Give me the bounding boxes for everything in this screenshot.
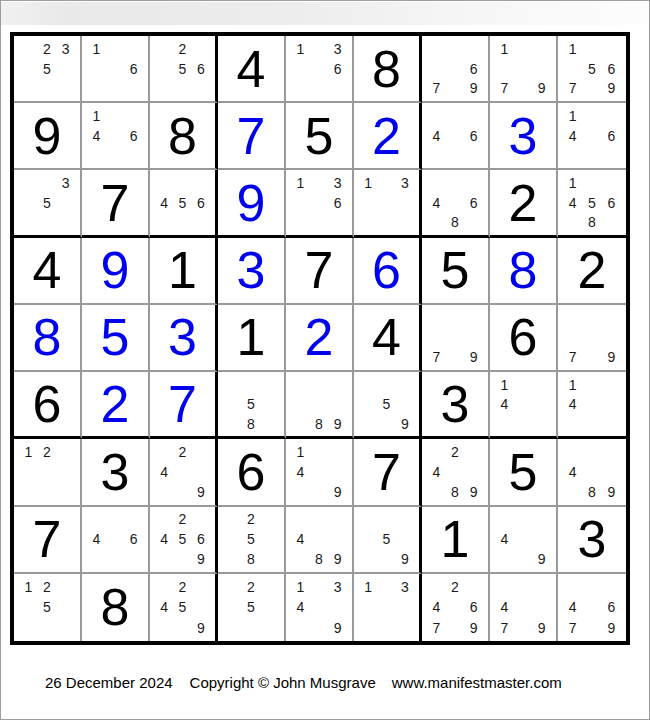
pencil-mark-1: 1 [563, 106, 582, 126]
cell-r9c3: 2459 [150, 574, 218, 641]
cell-r6c7: 3 [422, 372, 490, 439]
cell-r1c6: 8 [354, 36, 422, 103]
pencil-marks: 136 [286, 36, 352, 101]
cell-r6c4: 58 [218, 372, 286, 439]
pencil-mark-4: 4 [495, 529, 514, 549]
cell-r5c8: 6 [490, 305, 558, 372]
pencil-mark-4: 4 [155, 529, 173, 549]
cell-r6c1: 6 [14, 372, 82, 439]
pencil-mark-1: 1 [563, 375, 582, 394]
pencil-mark-1: 1 [291, 442, 310, 462]
pencil-mark-2: 2 [173, 39, 191, 59]
pencil-mark-7: 7 [563, 347, 582, 367]
pencil-marks: 4679 [558, 574, 626, 641]
pencil-marks: 249 [150, 439, 215, 504]
given-digit: 7 [372, 446, 401, 498]
pencil-marks: 456 [150, 170, 215, 234]
pencil-mark-5: 5 [242, 529, 261, 549]
solved-digit: 7 [237, 110, 266, 162]
pencil-mark-8: 8 [242, 549, 261, 569]
cell-r2c3: 8 [150, 103, 218, 170]
pencil-mark-6: 6 [602, 126, 621, 146]
given-digit: 1 [237, 311, 266, 363]
solved-digit: 2 [101, 378, 130, 430]
pencil-mark-6: 6 [464, 59, 483, 79]
pencil-mark-2: 2 [242, 577, 261, 597]
pencil-marks: 2459 [150, 574, 215, 641]
pencil-mark-4: 4 [291, 462, 310, 482]
given-digit: 4 [372, 311, 401, 363]
given-digit: 6 [33, 378, 62, 430]
cell-r5c4: 1 [218, 305, 286, 372]
pencil-mark-4: 4 [291, 529, 310, 549]
cell-r2c7: 46 [422, 103, 490, 170]
pencil-marks: 489 [286, 507, 352, 572]
pencil-mark-9: 9 [328, 618, 347, 638]
footer: 26 December 2024Copyright © John Musgrav… [45, 674, 562, 691]
pencil-marks: 2489 [422, 439, 488, 504]
cell-r7c6: 7 [354, 439, 422, 506]
pencil-mark-1: 1 [291, 173, 310, 192]
cell-r3c8: 2 [490, 170, 558, 237]
pencil-mark-4: 4 [563, 126, 582, 146]
cell-r2c8: 3 [490, 103, 558, 170]
given-digit: 8 [372, 43, 401, 95]
pencil-marks: 12 [14, 439, 80, 504]
cell-r9c6: 13 [354, 574, 422, 641]
cell-r7c5: 149 [286, 439, 354, 506]
pencil-mark-9: 9 [464, 618, 483, 638]
given-digit: 3 [441, 378, 470, 430]
cell-r2c4: 7 [218, 103, 286, 170]
cell-r3c3: 456 [150, 170, 218, 237]
pencil-mark-4: 4 [155, 597, 173, 617]
pencil-mark-5: 5 [38, 59, 57, 79]
cell-r1c7: 679 [422, 36, 490, 103]
solved-digit: 7 [168, 378, 197, 430]
pencil-mark-9: 9 [328, 549, 347, 569]
cell-r5c7: 79 [422, 305, 490, 372]
pencil-mark-2: 2 [242, 510, 261, 530]
pencil-marks: 79 [422, 305, 488, 370]
pencil-mark-4: 4 [427, 462, 446, 482]
pencil-mark-6: 6 [602, 59, 621, 79]
pencil-mark-6: 6 [464, 126, 483, 146]
cell-r5c2: 5 [82, 305, 150, 372]
cell-r8c5: 489 [286, 507, 354, 574]
pencil-mark-6: 6 [328, 193, 347, 212]
given-digit: 8 [168, 110, 197, 162]
given-digit: 5 [509, 446, 538, 498]
pencil-mark-4: 4 [427, 193, 446, 212]
cell-r3c7: 468 [422, 170, 490, 237]
cell-r6c8: 14 [490, 372, 558, 439]
pencil-mark-4: 4 [291, 597, 310, 617]
pencil-mark-4: 4 [563, 597, 582, 617]
pencil-mark-1: 1 [19, 577, 38, 597]
pencil-mark-3: 3 [396, 173, 414, 192]
pencil-marks: 256 [150, 36, 215, 101]
cell-r3c6: 13 [354, 170, 422, 237]
pencil-mark-4: 4 [563, 193, 582, 212]
footer-website: www.manifestmaster.com [392, 674, 562, 691]
cell-r1c9: 15679 [558, 36, 626, 103]
cell-r9c2: 8 [82, 574, 150, 641]
cell-r9c7: 24679 [422, 574, 490, 641]
cell-r4c7: 5 [422, 238, 490, 305]
pencil-marks: 136 [286, 170, 352, 234]
pencil-marks: 679 [422, 36, 488, 101]
pencil-mark-5: 5 [173, 59, 191, 79]
solved-digit: 3 [237, 244, 266, 296]
pencil-mark-7: 7 [563, 618, 582, 638]
pencil-mark-6: 6 [602, 193, 621, 212]
pencil-marks: 258 [218, 507, 284, 572]
pencil-marks: 49 [490, 507, 556, 572]
cell-r9c4: 25 [218, 574, 286, 641]
pencil-mark-5: 5 [173, 529, 191, 549]
footer-copyright: Copyright © John Musgrave [190, 674, 376, 691]
cell-r2c2: 146 [82, 103, 150, 170]
pencil-mark-8: 8 [310, 414, 329, 433]
pencil-mark-5: 5 [377, 529, 395, 549]
pencil-marks: 14568 [558, 170, 626, 234]
pencil-mark-6: 6 [328, 59, 347, 79]
cell-r7c4: 6 [218, 439, 286, 506]
solved-digit: 8 [33, 311, 62, 363]
pencil-marks: 479 [490, 574, 556, 641]
cell-r5c9: 79 [558, 305, 626, 372]
cell-r3c5: 136 [286, 170, 354, 237]
pencil-mark-1: 1 [495, 39, 514, 59]
given-digit: 1 [168, 244, 197, 296]
pencil-mark-1: 1 [359, 577, 377, 597]
pencil-marks: 59 [354, 372, 419, 436]
given-digit: 6 [237, 446, 266, 498]
pencil-mark-3: 3 [396, 577, 414, 597]
cell-r4c4: 3 [218, 238, 286, 305]
pencil-mark-3: 3 [56, 39, 75, 59]
cell-r1c2: 16 [82, 36, 150, 103]
pencil-mark-2: 2 [38, 577, 57, 597]
pencil-mark-2: 2 [446, 577, 465, 597]
pencil-mark-1: 1 [359, 173, 377, 192]
pencil-marks: 58 [218, 372, 284, 436]
pencil-mark-9: 9 [328, 414, 347, 433]
pencil-mark-6: 6 [124, 59, 143, 79]
cell-r2c6: 2 [354, 103, 422, 170]
pencil-marks: 16 [82, 36, 148, 101]
pencil-mark-6: 6 [124, 529, 143, 549]
cell-r3c2: 7 [82, 170, 150, 237]
pencil-mark-5: 5 [173, 193, 191, 212]
pencil-mark-8: 8 [446, 212, 465, 231]
pencil-marks: 14 [490, 372, 556, 436]
pencil-mark-9: 9 [464, 78, 483, 98]
cell-r4c1: 4 [14, 238, 82, 305]
pencil-marks: 146 [558, 103, 626, 168]
pencil-mark-3: 3 [328, 173, 347, 192]
pencil-marks: 179 [490, 36, 556, 101]
cell-r4c8: 8 [490, 238, 558, 305]
cell-r8c8: 49 [490, 507, 558, 574]
pencil-marks: 24679 [422, 574, 488, 641]
cell-r7c3: 249 [150, 439, 218, 506]
cell-r5c6: 4 [354, 305, 422, 372]
cell-r8c2: 46 [82, 507, 150, 574]
given-digit: 5 [305, 110, 334, 162]
pencil-mark-4: 4 [563, 395, 582, 414]
pencil-mark-3: 3 [328, 577, 347, 597]
pencil-mark-9: 9 [328, 482, 347, 502]
pencil-mark-8: 8 [310, 549, 329, 569]
cell-r8c1: 7 [14, 507, 82, 574]
given-digit: 3 [578, 513, 607, 565]
pencil-marks: 149 [286, 439, 352, 504]
solved-digit: 5 [101, 311, 130, 363]
cell-r7c9: 489 [558, 439, 626, 506]
pencil-marks: 14 [558, 372, 626, 436]
pencil-mark-9: 9 [464, 482, 483, 502]
cell-r7c1: 12 [14, 439, 82, 506]
pencil-mark-7: 7 [563, 78, 582, 98]
cell-r3c1: 35 [14, 170, 82, 237]
cell-r7c8: 5 [490, 439, 558, 506]
pencil-marks: 35 [14, 170, 80, 234]
pencil-marks: 235 [14, 36, 80, 101]
pencil-mark-6: 6 [602, 597, 621, 617]
pencil-mark-5: 5 [377, 395, 395, 414]
solved-digit: 6 [372, 244, 401, 296]
pencil-mark-8: 8 [582, 482, 601, 502]
given-digit: 6 [509, 311, 538, 363]
pencil-mark-3: 3 [56, 173, 75, 192]
given-digit: 4 [33, 244, 62, 296]
pencil-marks: 46 [82, 507, 148, 572]
cell-r3c4: 9 [218, 170, 286, 237]
pencil-marks: 125 [14, 574, 80, 641]
given-digit: 8 [101, 581, 130, 633]
cell-r6c9: 14 [558, 372, 626, 439]
cell-r9c9: 4679 [558, 574, 626, 641]
pencil-mark-8: 8 [446, 482, 465, 502]
pencil-mark-5: 5 [582, 59, 601, 79]
cell-r6c2: 2 [82, 372, 150, 439]
footer-date: 26 December 2024 [45, 674, 173, 691]
pencil-mark-6: 6 [192, 193, 210, 212]
pencil-mark-1: 1 [291, 577, 310, 597]
cell-r5c5: 2 [286, 305, 354, 372]
page: 2351625641368679179156799146875246314635… [0, 0, 650, 720]
given-digit: 5 [441, 244, 470, 296]
cell-r1c3: 256 [150, 36, 218, 103]
pencil-mark-5: 5 [242, 597, 261, 617]
pencil-mark-9: 9 [602, 78, 621, 98]
pencil-mark-5: 5 [242, 395, 261, 414]
cell-r5c3: 3 [150, 305, 218, 372]
given-digit: 4 [237, 43, 266, 95]
pencil-mark-2: 2 [173, 510, 191, 530]
solved-digit: 3 [168, 311, 197, 363]
given-digit: 3 [101, 446, 130, 498]
pencil-marks: 79 [558, 305, 626, 370]
pencil-mark-4: 4 [427, 126, 446, 146]
pencil-mark-9: 9 [192, 549, 210, 569]
cell-r2c1: 9 [14, 103, 82, 170]
cell-r3c9: 14568 [558, 170, 626, 237]
pencil-mark-4: 4 [563, 462, 582, 482]
pencil-mark-9: 9 [602, 482, 621, 502]
given-digit: 7 [305, 244, 334, 296]
solved-digit: 2 [372, 110, 401, 162]
pencil-mark-1: 1 [563, 39, 582, 59]
pencil-mark-3: 3 [328, 39, 347, 59]
pencil-mark-9: 9 [396, 549, 414, 569]
cell-r2c5: 5 [286, 103, 354, 170]
pencil-marks: 15679 [558, 36, 626, 101]
pencil-mark-9: 9 [602, 618, 621, 638]
pencil-mark-8: 8 [242, 414, 261, 433]
pencil-mark-4: 4 [155, 193, 173, 212]
pencil-mark-9: 9 [532, 618, 551, 638]
pencil-marks: 89 [286, 372, 352, 436]
cell-r8c9: 3 [558, 507, 626, 574]
pencil-mark-1: 1 [19, 442, 38, 462]
cell-r8c6: 59 [354, 507, 422, 574]
pencil-mark-4: 4 [87, 126, 106, 146]
pencil-marks: 1349 [286, 574, 352, 641]
pencil-mark-6: 6 [192, 59, 210, 79]
pencil-mark-7: 7 [495, 618, 514, 638]
cell-r7c2: 3 [82, 439, 150, 506]
pencil-mark-9: 9 [464, 347, 483, 367]
cell-r9c5: 1349 [286, 574, 354, 641]
cell-r7c7: 2489 [422, 439, 490, 506]
pencil-marks: 25 [218, 574, 284, 641]
pencil-mark-9: 9 [532, 78, 551, 98]
cell-r9c8: 479 [490, 574, 558, 641]
solved-digit: 8 [509, 244, 538, 296]
pencil-mark-7: 7 [495, 78, 514, 98]
pencil-mark-1: 1 [291, 39, 310, 59]
given-digit: 2 [509, 177, 538, 229]
pencil-marks: 24569 [150, 507, 215, 572]
pencil-mark-1: 1 [495, 375, 514, 394]
pencil-mark-9: 9 [192, 618, 210, 638]
pencil-mark-5: 5 [38, 193, 57, 212]
pencil-mark-2: 2 [38, 442, 57, 462]
pencil-mark-6: 6 [124, 126, 143, 146]
given-digit: 7 [101, 177, 130, 229]
cell-r8c4: 258 [218, 507, 286, 574]
solved-digit: 3 [509, 110, 538, 162]
pencil-marks: 468 [422, 170, 488, 234]
pencil-marks: 13 [354, 170, 419, 234]
cell-r1c4: 4 [218, 36, 286, 103]
pencil-marks: 46 [422, 103, 488, 168]
pencil-mark-2: 2 [38, 39, 57, 59]
pencil-mark-1: 1 [87, 39, 106, 59]
pencil-mark-1: 1 [87, 106, 106, 126]
cell-r8c3: 24569 [150, 507, 218, 574]
cell-r4c5: 7 [286, 238, 354, 305]
cell-r1c1: 235 [14, 36, 82, 103]
pencil-mark-9: 9 [192, 482, 210, 502]
cell-r4c9: 2 [558, 238, 626, 305]
cell-r1c8: 179 [490, 36, 558, 103]
pencil-mark-1: 1 [563, 173, 582, 192]
pencil-mark-6: 6 [464, 193, 483, 212]
given-digit: 7 [33, 513, 62, 565]
pencil-mark-9: 9 [396, 414, 414, 433]
pencil-mark-8: 8 [582, 212, 601, 231]
pencil-marks: 59 [354, 507, 419, 572]
pencil-mark-9: 9 [532, 549, 551, 569]
cell-r4c6: 6 [354, 238, 422, 305]
cell-r4c3: 1 [150, 238, 218, 305]
solved-digit: 9 [237, 177, 266, 229]
pencil-mark-4: 4 [427, 597, 446, 617]
pencil-mark-4: 4 [155, 462, 173, 482]
cell-r2c9: 146 [558, 103, 626, 170]
pencil-mark-2: 2 [173, 577, 191, 597]
pencil-mark-9: 9 [602, 347, 621, 367]
pencil-mark-2: 2 [446, 442, 465, 462]
pencil-mark-7: 7 [427, 347, 446, 367]
cell-r5c1: 8 [14, 305, 82, 372]
cell-r9c1: 125 [14, 574, 82, 641]
header-gradient-bar [1, 2, 649, 25]
cell-r8c7: 1 [422, 507, 490, 574]
pencil-mark-5: 5 [173, 597, 191, 617]
solved-digit: 2 [305, 311, 334, 363]
cell-r4c2: 9 [82, 238, 150, 305]
given-digit: 1 [441, 513, 470, 565]
pencil-marks: 13 [354, 574, 419, 641]
solved-digit: 9 [101, 244, 130, 296]
cell-r6c6: 59 [354, 372, 422, 439]
pencil-mark-5: 5 [38, 597, 57, 617]
pencil-mark-5: 5 [582, 193, 601, 212]
pencil-mark-6: 6 [192, 529, 210, 549]
cell-r6c5: 89 [286, 372, 354, 439]
pencil-mark-4: 4 [495, 597, 514, 617]
pencil-marks: 489 [558, 439, 626, 504]
cell-r6c3: 7 [150, 372, 218, 439]
given-digit: 9 [33, 110, 62, 162]
pencil-marks: 146 [82, 103, 148, 168]
given-digit: 2 [578, 244, 607, 296]
pencil-mark-4: 4 [495, 395, 514, 414]
pencil-mark-4: 4 [87, 529, 106, 549]
pencil-mark-2: 2 [173, 442, 191, 462]
pencil-mark-7: 7 [427, 618, 446, 638]
pencil-mark-6: 6 [464, 597, 483, 617]
sudoku-board: 2351625641368679179156799146875246314635… [10, 32, 630, 645]
cell-r1c5: 136 [286, 36, 354, 103]
pencil-mark-7: 7 [427, 78, 446, 98]
